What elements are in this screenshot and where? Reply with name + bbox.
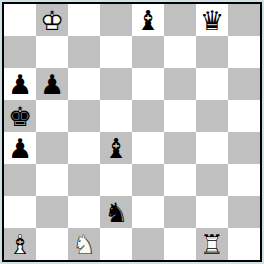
square-c2[interactable] <box>68 196 100 228</box>
square-f5[interactable] <box>164 100 196 132</box>
square-h1[interactable] <box>228 228 260 260</box>
square-d2[interactable]: ♞ <box>100 196 132 228</box>
square-b4[interactable] <box>36 132 68 164</box>
white-rook-outline: ♖ <box>196 228 228 260</box>
square-c6[interactable] <box>68 68 100 100</box>
square-g2[interactable] <box>196 196 228 228</box>
black-pawn-glyph: ♟ <box>4 132 36 164</box>
square-e3[interactable] <box>132 164 164 196</box>
black-pawn: ♟ <box>4 132 36 164</box>
square-g6[interactable] <box>196 68 228 100</box>
white-bishop: ♝♗ <box>4 228 36 260</box>
square-h4[interactable] <box>228 132 260 164</box>
black-pawn: ♟ <box>4 68 36 100</box>
square-c5[interactable] <box>68 100 100 132</box>
square-f2[interactable] <box>164 196 196 228</box>
square-f1[interactable] <box>164 228 196 260</box>
square-a5[interactable]: ♚ <box>4 100 36 132</box>
white-king-outline: ♔ <box>36 4 68 36</box>
square-a8[interactable] <box>4 4 36 36</box>
square-b3[interactable] <box>36 164 68 196</box>
square-a2[interactable] <box>4 196 36 228</box>
square-e8[interactable]: ♝ <box>132 4 164 36</box>
square-e5[interactable] <box>132 100 164 132</box>
square-f8[interactable] <box>164 4 196 36</box>
square-c3[interactable] <box>68 164 100 196</box>
square-a6[interactable]: ♟ <box>4 68 36 100</box>
square-b8[interactable]: ♚♔ <box>36 4 68 36</box>
square-d5[interactable] <box>100 100 132 132</box>
square-c7[interactable] <box>68 36 100 68</box>
square-b2[interactable] <box>36 196 68 228</box>
square-g7[interactable] <box>196 36 228 68</box>
square-c4[interactable] <box>68 132 100 164</box>
chess-board: ♚♔♝♛♟♟♚♟♝♞♝♗♞♘♜♖ <box>2 2 262 262</box>
square-e4[interactable] <box>132 132 164 164</box>
square-b7[interactable] <box>36 36 68 68</box>
white-rook: ♜♖ <box>196 228 228 260</box>
black-knight-glyph: ♞ <box>100 196 132 228</box>
square-b6[interactable]: ♟ <box>36 68 68 100</box>
square-h6[interactable] <box>228 68 260 100</box>
square-d8[interactable] <box>100 4 132 36</box>
square-f4[interactable] <box>164 132 196 164</box>
square-d3[interactable] <box>100 164 132 196</box>
square-a7[interactable] <box>4 36 36 68</box>
square-a3[interactable] <box>4 164 36 196</box>
white-bishop-outline: ♗ <box>4 228 36 260</box>
black-bishop-glyph: ♝ <box>100 132 132 164</box>
black-knight: ♞ <box>100 196 132 228</box>
square-d7[interactable] <box>100 36 132 68</box>
black-pawn: ♟ <box>36 68 68 100</box>
square-d6[interactable] <box>100 68 132 100</box>
square-f6[interactable] <box>164 68 196 100</box>
square-d1[interactable] <box>100 228 132 260</box>
square-c1[interactable]: ♞♘ <box>68 228 100 260</box>
square-h5[interactable] <box>228 100 260 132</box>
black-bishop: ♝ <box>100 132 132 164</box>
square-a1[interactable]: ♝♗ <box>4 228 36 260</box>
black-pawn-glyph: ♟ <box>4 68 36 100</box>
square-f7[interactable] <box>164 36 196 68</box>
square-e2[interactable] <box>132 196 164 228</box>
square-f3[interactable] <box>164 164 196 196</box>
square-g3[interactable] <box>196 164 228 196</box>
square-b1[interactable] <box>36 228 68 260</box>
square-h2[interactable] <box>228 196 260 228</box>
square-h3[interactable] <box>228 164 260 196</box>
board-frame: ♚♔♝♛♟♟♚♟♝♞♝♗♞♘♜♖ <box>0 0 264 264</box>
square-d4[interactable]: ♝ <box>100 132 132 164</box>
square-g4[interactable] <box>196 132 228 164</box>
square-e6[interactable] <box>132 68 164 100</box>
black-bishop: ♝ <box>132 4 164 36</box>
square-g8[interactable]: ♛ <box>196 4 228 36</box>
square-h7[interactable] <box>228 36 260 68</box>
square-e1[interactable] <box>132 228 164 260</box>
black-queen: ♛ <box>196 4 228 36</box>
square-h8[interactable] <box>228 4 260 36</box>
white-king: ♚♔ <box>36 4 68 36</box>
black-queen-glyph: ♛ <box>196 4 228 36</box>
square-e7[interactable] <box>132 36 164 68</box>
white-knight: ♞♘ <box>68 228 100 260</box>
square-g1[interactable]: ♜♖ <box>196 228 228 260</box>
black-bishop-glyph: ♝ <box>132 4 164 36</box>
square-g5[interactable] <box>196 100 228 132</box>
square-a4[interactable]: ♟ <box>4 132 36 164</box>
square-b5[interactable] <box>36 100 68 132</box>
black-king-glyph: ♚ <box>4 100 36 132</box>
square-c8[interactable] <box>68 4 100 36</box>
black-king: ♚ <box>4 100 36 132</box>
black-pawn-glyph: ♟ <box>36 68 68 100</box>
white-knight-outline: ♘ <box>68 228 100 260</box>
